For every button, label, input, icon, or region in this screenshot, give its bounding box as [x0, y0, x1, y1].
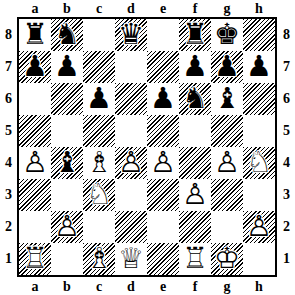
square-c1[interactable]: ♝♗	[83, 243, 115, 275]
file-label-g: g	[211, 278, 243, 295]
white-king[interactable]: ♚♔	[211, 243, 243, 275]
square-h6[interactable]	[243, 83, 275, 115]
square-f1[interactable]: ♜♖	[179, 243, 211, 275]
corner-bottom-right	[278, 278, 295, 295]
rank-label-7: 7	[0, 51, 17, 83]
square-c5[interactable]	[83, 115, 115, 147]
black-piece-fill: ♚	[211, 19, 243, 51]
square-h8[interactable]	[243, 19, 275, 51]
square-h4[interactable]: ♞♘	[243, 147, 275, 179]
rank-label-5: 5	[278, 115, 295, 147]
file-label-b: b	[51, 278, 83, 295]
square-g8[interactable]: ♚	[211, 19, 243, 51]
square-a6[interactable]	[19, 83, 51, 115]
square-b3[interactable]	[51, 179, 83, 211]
rank-label-2: 2	[0, 211, 17, 243]
white-piece-outline: ♙	[179, 179, 211, 211]
black-piece-fill: ♞	[179, 83, 211, 115]
square-d8[interactable]: ♛	[115, 19, 147, 51]
square-g7[interactable]: ♟	[211, 51, 243, 83]
white-knight[interactable]: ♞♘	[83, 179, 115, 211]
square-f6[interactable]: ♞	[179, 83, 211, 115]
black-piece-fill: ♟	[179, 51, 211, 83]
black-piece-fill: ♟	[51, 51, 83, 83]
square-e8[interactable]	[147, 19, 179, 51]
file-label-e: e	[147, 0, 179, 17]
file-label-c: c	[83, 278, 115, 295]
white-pawn[interactable]: ♟♙	[211, 147, 243, 179]
black-piece-fill: ♞	[51, 19, 83, 51]
white-bishop[interactable]: ♝♗	[83, 243, 115, 275]
black-pawn[interactable]: ♟	[243, 51, 275, 83]
square-f7[interactable]: ♟	[179, 51, 211, 83]
file-label-b: b	[51, 0, 83, 17]
square-f2[interactable]	[179, 211, 211, 243]
file-label-d: d	[115, 278, 147, 295]
square-c3[interactable]: ♞♘	[83, 179, 115, 211]
file-labels-top: abcdefgh	[17, 0, 278, 17]
rank-label-4: 4	[278, 147, 295, 179]
rank-label-6: 6	[278, 83, 295, 115]
square-h2[interactable]: ♟♙	[243, 211, 275, 243]
rank-label-4: 4	[0, 147, 17, 179]
rank-labels-left: 87654321	[0, 17, 17, 278]
square-b2[interactable]: ♟♙	[51, 211, 83, 243]
file-label-e: e	[147, 278, 179, 295]
file-label-a: a	[19, 278, 51, 295]
file-label-g: g	[211, 0, 243, 17]
square-c8[interactable]	[83, 19, 115, 51]
black-piece-fill: ♜	[179, 19, 211, 51]
square-e5[interactable]	[147, 115, 179, 147]
white-pawn[interactable]: ♟♙	[19, 147, 51, 179]
black-queen[interactable]: ♛	[115, 19, 147, 51]
square-g4[interactable]: ♟♙	[211, 147, 243, 179]
black-piece-fill: ♟	[211, 51, 243, 83]
square-e3[interactable]	[147, 179, 179, 211]
black-rook[interactable]: ♜	[179, 19, 211, 51]
white-rook[interactable]: ♜♖	[19, 243, 51, 275]
square-f5[interactable]	[179, 115, 211, 147]
chess-diagram: abcdefgh 87654321 ♜♞♛♜♚♟♟♟♟♟♟♟♞♝♟♙♝♝♗♟♙♟…	[0, 0, 295, 295]
black-piece-fill: ♝	[51, 147, 83, 179]
square-e1[interactable]	[147, 243, 179, 275]
file-label-f: f	[179, 0, 211, 17]
square-c6[interactable]: ♟	[83, 83, 115, 115]
white-piece-outline: ♙	[19, 147, 51, 179]
square-f3[interactable]: ♟♙	[179, 179, 211, 211]
corner-top-right	[278, 0, 295, 17]
black-knight[interactable]: ♞	[179, 83, 211, 115]
black-pawn[interactable]: ♟	[19, 51, 51, 83]
rank-label-3: 3	[0, 179, 17, 211]
black-rook[interactable]: ♜	[19, 19, 51, 51]
square-f4[interactable]	[179, 147, 211, 179]
square-h3[interactable]	[243, 179, 275, 211]
square-a2[interactable]	[19, 211, 51, 243]
black-piece-fill: ♝	[211, 83, 243, 115]
chess-board[interactable]: ♜♞♛♜♚♟♟♟♟♟♟♟♞♝♟♙♝♝♗♟♙♟♙♟♙♞♘♞♘♟♙♟♙♟♙♜♖♝♗♛…	[17, 17, 277, 277]
white-piece-outline: ♙	[211, 147, 243, 179]
white-piece-outline: ♙	[243, 211, 275, 243]
white-piece-outline: ♙	[51, 211, 83, 243]
white-pawn[interactable]: ♟♙	[115, 147, 147, 179]
square-a4[interactable]: ♟♙	[19, 147, 51, 179]
file-label-h: h	[243, 278, 275, 295]
black-pawn[interactable]: ♟	[147, 83, 179, 115]
square-a7[interactable]: ♟	[19, 51, 51, 83]
black-pawn[interactable]: ♟	[211, 51, 243, 83]
white-queen[interactable]: ♛♕	[115, 243, 147, 275]
square-b7[interactable]: ♟	[51, 51, 83, 83]
file-labels-bottom: abcdefgh	[17, 278, 278, 295]
square-h7[interactable]: ♟	[243, 51, 275, 83]
square-a1[interactable]: ♜♖	[19, 243, 51, 275]
white-piece-outline: ♕	[115, 243, 147, 275]
white-pawn[interactable]: ♟♙	[243, 211, 275, 243]
rank-label-6: 6	[0, 83, 17, 115]
white-piece-outline: ♖	[19, 243, 51, 275]
white-piece-outline: ♗	[83, 147, 115, 179]
white-pawn[interactable]: ♟♙	[179, 179, 211, 211]
white-pawn[interactable]: ♟♙	[51, 211, 83, 243]
square-h5[interactable]	[243, 115, 275, 147]
square-c2[interactable]	[83, 211, 115, 243]
square-d5[interactable]	[115, 115, 147, 147]
white-piece-outline: ♙	[147, 147, 179, 179]
black-piece-fill: ♟	[147, 83, 179, 115]
square-e4[interactable]: ♟♙	[147, 147, 179, 179]
rank-label-5: 5	[0, 115, 17, 147]
square-g2[interactable]	[211, 211, 243, 243]
rank-label-2: 2	[278, 211, 295, 243]
white-piece-outline: ♗	[83, 243, 115, 275]
rank-label-8: 8	[0, 19, 17, 51]
square-c7[interactable]	[83, 51, 115, 83]
square-c4[interactable]: ♝♗	[83, 147, 115, 179]
square-g3[interactable]	[211, 179, 243, 211]
black-bishop[interactable]: ♝	[51, 147, 83, 179]
file-label-d: d	[115, 0, 147, 17]
square-h1[interactable]	[243, 243, 275, 275]
square-g5[interactable]	[211, 115, 243, 147]
square-e7[interactable]	[147, 51, 179, 83]
black-piece-fill: ♜	[19, 19, 51, 51]
square-g6[interactable]: ♝	[211, 83, 243, 115]
square-b8[interactable]: ♞	[51, 19, 83, 51]
file-label-h: h	[243, 0, 275, 17]
white-piece-outline: ♘	[243, 147, 275, 179]
white-pawn[interactable]: ♟♙	[147, 147, 179, 179]
black-bishop[interactable]: ♝	[211, 83, 243, 115]
black-piece-fill: ♟	[83, 83, 115, 115]
file-label-a: a	[19, 0, 51, 17]
rank-label-1: 1	[0, 243, 17, 275]
square-e6[interactable]: ♟	[147, 83, 179, 115]
white-piece-outline: ♘	[83, 179, 115, 211]
white-piece-outline: ♖	[179, 243, 211, 275]
rank-label-1: 1	[278, 243, 295, 275]
square-d3[interactable]	[115, 179, 147, 211]
square-b4[interactable]: ♝	[51, 147, 83, 179]
file-label-f: f	[179, 278, 211, 295]
rank-label-3: 3	[278, 179, 295, 211]
square-e2[interactable]	[147, 211, 179, 243]
square-g1[interactable]: ♚♔	[211, 243, 243, 275]
square-a5[interactable]	[19, 115, 51, 147]
white-bishop[interactable]: ♝♗	[83, 147, 115, 179]
file-label-c: c	[83, 0, 115, 17]
white-piece-outline: ♔	[211, 243, 243, 275]
black-pawn[interactable]: ♟	[51, 51, 83, 83]
square-d1[interactable]: ♛♕	[115, 243, 147, 275]
white-rook[interactable]: ♜♖	[179, 243, 211, 275]
black-pawn[interactable]: ♟	[83, 83, 115, 115]
corner-bottom-left	[0, 278, 17, 295]
square-d4[interactable]: ♟♙	[115, 147, 147, 179]
black-piece-fill: ♟	[243, 51, 275, 83]
rank-label-7: 7	[278, 51, 295, 83]
square-f8[interactable]: ♜	[179, 19, 211, 51]
black-pawn[interactable]: ♟	[179, 51, 211, 83]
black-piece-fill: ♛	[115, 19, 147, 51]
square-a3[interactable]	[19, 179, 51, 211]
white-piece-outline: ♙	[115, 147, 147, 179]
black-knight[interactable]: ♞	[51, 19, 83, 51]
square-b6[interactable]	[51, 83, 83, 115]
square-a8[interactable]: ♜	[19, 19, 51, 51]
square-d2[interactable]	[115, 211, 147, 243]
rank-labels-right: 87654321	[278, 17, 295, 278]
black-king[interactable]: ♚	[211, 19, 243, 51]
square-d7[interactable]	[115, 51, 147, 83]
square-b5[interactable]	[51, 115, 83, 147]
rank-label-8: 8	[278, 19, 295, 51]
white-knight[interactable]: ♞♘	[243, 147, 275, 179]
square-d6[interactable]	[115, 83, 147, 115]
corner-top-left	[0, 0, 17, 17]
square-b1[interactable]	[51, 243, 83, 275]
black-piece-fill: ♟	[19, 51, 51, 83]
